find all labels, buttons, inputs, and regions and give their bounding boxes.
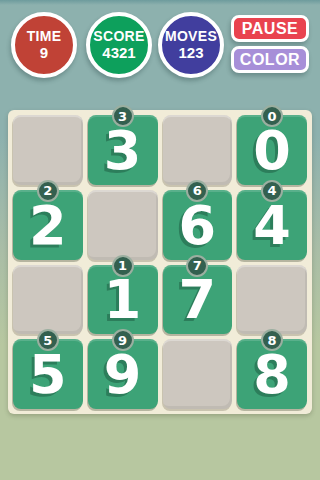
tile-badge: 3 (112, 105, 134, 127)
score-label: SCORE (93, 28, 144, 44)
empty-cell (13, 265, 83, 335)
empty-cell (13, 115, 83, 185)
tile-badge: 7 (186, 255, 208, 277)
tile-number: 0 (253, 124, 291, 178)
tile-3[interactable]: 33 (88, 115, 158, 185)
board[interactable]: 33002266441177559988 (8, 110, 312, 414)
tile-badge: 6 (186, 180, 208, 202)
moves-label: MOVES (165, 28, 217, 44)
empty-cell (237, 265, 307, 335)
moves-indicator: MOVES 123 (158, 12, 224, 78)
tile-number: 5 (29, 348, 67, 402)
tile-8[interactable]: 88 (237, 339, 307, 409)
game-screen: TIME 9 SCORE 4321 MOVES 123 PAUSE COLOR … (0, 0, 320, 480)
tile-number: 7 (179, 273, 217, 327)
pause-button[interactable]: PAUSE (231, 15, 309, 42)
time-label: TIME (27, 28, 62, 44)
tile-number: 9 (104, 348, 142, 402)
empty-cell (163, 339, 233, 409)
score-indicator: SCORE 4321 (86, 12, 152, 78)
tile-number: 1 (104, 273, 142, 327)
tile-6[interactable]: 66 (163, 190, 233, 260)
tile-badge: 0 (261, 105, 283, 127)
empty-cell (88, 190, 158, 260)
tile-badge: 8 (261, 329, 283, 351)
tile-4[interactable]: 44 (237, 190, 307, 260)
tile-number: 2 (29, 199, 67, 253)
tile-7[interactable]: 77 (163, 265, 233, 335)
moves-value: 123 (178, 44, 203, 61)
score-value: 4321 (102, 44, 135, 61)
time-indicator: TIME 9 (11, 12, 77, 78)
tile-badge: 5 (37, 329, 59, 351)
tile-number: 6 (179, 199, 217, 253)
time-value: 9 (40, 44, 48, 61)
tile-badge: 4 (261, 180, 283, 202)
tile-number: 4 (253, 199, 291, 253)
color-button[interactable]: COLOR (231, 46, 309, 73)
tile-2[interactable]: 22 (13, 190, 83, 260)
tile-number: 8 (253, 348, 291, 402)
empty-cell (163, 115, 233, 185)
tile-9[interactable]: 99 (88, 339, 158, 409)
tile-number: 3 (104, 124, 142, 178)
tile-badge: 2 (37, 180, 59, 202)
tile-badge: 1 (112, 255, 134, 277)
tile-badge: 9 (112, 329, 134, 351)
tile-5[interactable]: 55 (13, 339, 83, 409)
tile-0[interactable]: 00 (237, 115, 307, 185)
tile-1[interactable]: 11 (88, 265, 158, 335)
